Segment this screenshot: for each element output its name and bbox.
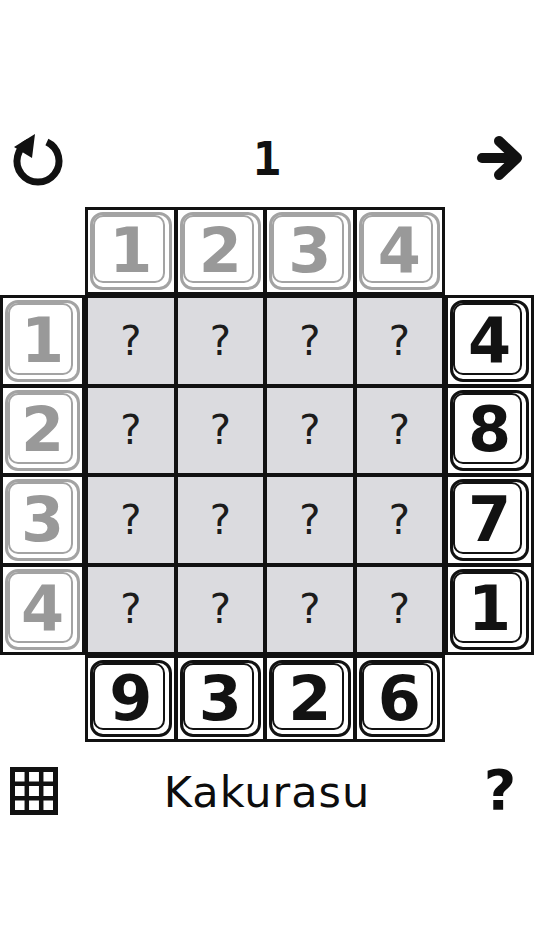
row-header-4: 4	[3, 567, 82, 653]
row-target-tile-1: 4	[450, 300, 529, 382]
row-header-tile-3: 3	[5, 479, 80, 561]
cell-value: ?	[120, 586, 141, 632]
cell-value: ?	[120, 407, 141, 453]
row-target-1: 4	[448, 298, 531, 384]
cell-value: ?	[210, 497, 231, 543]
cell-r2c1[interactable]: ?	[88, 388, 174, 474]
col-header-3: 3	[267, 210, 353, 292]
row-weight-headers: 1 2 3 4	[0, 295, 85, 655]
cell-r2c4[interactable]: ?	[357, 388, 443, 474]
col-header-label: 1	[109, 220, 152, 282]
row-target-label: 8	[468, 399, 511, 461]
row-target-tile-2: 8	[450, 390, 529, 472]
cell-value: ?	[389, 407, 410, 453]
col-target-label: 3	[199, 668, 242, 730]
col-target-tile-3: 2	[269, 660, 351, 737]
col-header-tile-4: 4	[359, 212, 441, 290]
cell-value: ?	[210, 318, 231, 364]
cell-value: ?	[299, 586, 320, 632]
cell-r1c3[interactable]: ?	[267, 298, 353, 384]
cell-r2c3[interactable]: ?	[267, 388, 353, 474]
cell-r4c2[interactable]: ?	[178, 567, 264, 653]
row-header-tile-4: 4	[5, 569, 80, 651]
row-target-4: 1	[448, 567, 531, 653]
col-target-tile-1: 9	[90, 660, 172, 737]
cell-value: ?	[389, 497, 410, 543]
row-target-sums: 4 8 7 1	[445, 295, 534, 655]
cell-r2c2[interactable]: ?	[178, 388, 264, 474]
top-bar: 1	[0, 126, 534, 192]
cell-r4c3[interactable]: ?	[267, 567, 353, 653]
col-weight-headers: 1 2 3 4	[85, 207, 445, 295]
cell-r4c1[interactable]: ?	[88, 567, 174, 653]
row-header-label: 3	[21, 489, 64, 551]
level-number: 1	[0, 128, 534, 190]
col-header-2: 2	[178, 210, 264, 292]
col-header-label: 2	[199, 220, 242, 282]
col-target-label: 2	[288, 668, 331, 730]
row-target-label: 4	[468, 310, 511, 372]
row-header-tile-1: 1	[5, 300, 80, 382]
cell-r4c4[interactable]: ?	[357, 567, 443, 653]
row-target-label: 1	[468, 578, 511, 640]
col-target-label: 6	[378, 668, 421, 730]
row-header-3: 3	[3, 477, 82, 563]
row-target-label: 7	[468, 489, 511, 551]
col-target-label: 9	[109, 668, 152, 730]
row-header-label: 4	[21, 578, 64, 640]
cell-r3c4[interactable]: ?	[357, 477, 443, 563]
row-header-label: 2	[21, 399, 64, 461]
col-target-3: 2	[267, 658, 353, 739]
cell-value: ?	[120, 497, 141, 543]
cell-r3c1[interactable]: ?	[88, 477, 174, 563]
col-target-tile-2: 3	[180, 660, 262, 737]
cell-value: ?	[120, 318, 141, 364]
col-target-2: 3	[178, 658, 264, 739]
cell-r3c3[interactable]: ?	[267, 477, 353, 563]
cell-value: ?	[210, 407, 231, 453]
col-header-tile-3: 3	[269, 212, 351, 290]
row-header-tile-2: 2	[5, 390, 80, 472]
row-target-tile-4: 1	[450, 569, 529, 651]
kakurasu-app: 1 1 2 3 4 1 2 3 4 4 8	[0, 0, 534, 950]
cell-value: ?	[389, 586, 410, 632]
col-header-label: 4	[378, 220, 421, 282]
row-target-3: 7	[448, 477, 531, 563]
cell-r1c4[interactable]: ?	[357, 298, 443, 384]
col-target-4: 6	[357, 658, 443, 739]
arrow-right-icon	[476, 130, 528, 186]
cell-r1c2[interactable]: ?	[178, 298, 264, 384]
row-header-label: 1	[21, 310, 64, 372]
col-target-sums: 9 3 2 6	[85, 655, 445, 742]
row-header-1: 1	[3, 298, 82, 384]
col-header-1: 1	[88, 210, 174, 292]
row-target-tile-3: 7	[450, 479, 529, 561]
row-target-2: 8	[448, 388, 531, 474]
col-target-1: 9	[88, 658, 174, 739]
cell-r1c1[interactable]: ?	[88, 298, 174, 384]
cell-value: ?	[389, 318, 410, 364]
cell-value: ?	[299, 497, 320, 543]
cell-value: ?	[210, 586, 231, 632]
question-mark-icon: ?	[484, 757, 516, 822]
game-title: Kakurasu	[0, 760, 534, 824]
row-header-2: 2	[3, 388, 82, 474]
bottom-bar: Kakurasu ?	[0, 756, 534, 828]
col-header-tile-1: 1	[90, 212, 172, 290]
col-header-tile-2: 2	[180, 212, 262, 290]
next-level-button[interactable]	[476, 130, 528, 186]
cell-value: ?	[299, 407, 320, 453]
cell-value: ?	[299, 318, 320, 364]
play-grid: ? ? ? ? ? ? ? ? ? ? ? ? ? ? ? ?	[85, 295, 445, 655]
col-header-4: 4	[357, 210, 443, 292]
cell-r3c2[interactable]: ?	[178, 477, 264, 563]
help-button[interactable]: ?	[478, 758, 522, 822]
col-header-label: 3	[288, 220, 331, 282]
col-target-tile-4: 6	[359, 660, 441, 737]
kakurasu-board: 1 2 3 4 1 2 3 4 4 8 7 1 9 3 2 6 ?	[0, 207, 534, 742]
